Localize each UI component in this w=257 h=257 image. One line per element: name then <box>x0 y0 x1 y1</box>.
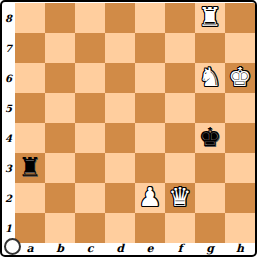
square-e1[interactable] <box>135 213 165 243</box>
square-b6[interactable] <box>45 63 75 93</box>
file-label-b: b <box>45 242 75 255</box>
square-f8[interactable] <box>165 3 195 33</box>
square-h5[interactable] <box>225 93 255 123</box>
square-e3[interactable] <box>135 153 165 183</box>
square-e5[interactable] <box>135 93 165 123</box>
square-h8[interactable] <box>225 3 255 33</box>
square-c6[interactable] <box>75 63 105 93</box>
square-g3[interactable] <box>195 153 225 183</box>
square-a5[interactable] <box>15 93 45 123</box>
square-a1[interactable] <box>15 213 45 243</box>
piece-black-king-g4[interactable]: ♚ <box>195 123 225 153</box>
square-f5[interactable] <box>165 93 195 123</box>
square-d1[interactable] <box>105 213 135 243</box>
square-g6[interactable]: ♞ <box>195 63 225 93</box>
file-label-e: e <box>135 242 165 255</box>
rank-label-5: 5 <box>2 93 15 123</box>
square-e7[interactable] <box>135 33 165 63</box>
square-d7[interactable] <box>105 33 135 63</box>
square-e2[interactable]: ♟ <box>135 183 165 213</box>
square-h1[interactable] <box>225 213 255 243</box>
square-g5[interactable] <box>195 93 225 123</box>
piece-white-pawn-e2[interactable]: ♟ <box>135 183 165 213</box>
square-g4[interactable]: ♚ <box>195 123 225 153</box>
square-h7[interactable] <box>225 33 255 63</box>
square-b1[interactable] <box>45 213 75 243</box>
file-label-g: g <box>195 242 225 255</box>
square-c5[interactable] <box>75 93 105 123</box>
square-b2[interactable] <box>45 183 75 213</box>
square-f7[interactable] <box>165 33 195 63</box>
square-c4[interactable] <box>75 123 105 153</box>
rank-label-3: 3 <box>2 153 15 183</box>
square-d6[interactable] <box>105 63 135 93</box>
square-a6[interactable] <box>15 63 45 93</box>
square-f1[interactable] <box>165 213 195 243</box>
square-d3[interactable] <box>105 153 135 183</box>
square-h2[interactable] <box>225 183 255 213</box>
piece-white-knight-g6[interactable]: ♞ <box>195 63 225 93</box>
square-a7[interactable] <box>15 33 45 63</box>
square-c2[interactable] <box>75 183 105 213</box>
rank-label-6: 6 <box>2 63 15 93</box>
square-h6[interactable]: ♚ <box>225 63 255 93</box>
file-label-c: c <box>75 242 105 255</box>
square-b4[interactable] <box>45 123 75 153</box>
square-b8[interactable] <box>45 3 75 33</box>
square-a2[interactable] <box>15 183 45 213</box>
piece-black-rook-a3[interactable]: ♜ <box>15 153 45 183</box>
square-a3[interactable]: ♜ <box>15 153 45 183</box>
rank-label-8: 8 <box>2 3 15 33</box>
square-f2[interactable]: ♛ <box>165 183 195 213</box>
square-f4[interactable] <box>165 123 195 153</box>
square-g7[interactable] <box>195 33 225 63</box>
square-d2[interactable] <box>105 183 135 213</box>
square-b7[interactable] <box>45 33 75 63</box>
piece-white-king-h6[interactable]: ♚ <box>225 63 255 93</box>
square-e6[interactable] <box>135 63 165 93</box>
white-to-move-icon <box>4 238 21 255</box>
rank-label-2: 2 <box>2 183 15 213</box>
chess-diagram: 87654321 ♜♞♚♚♜♟♛ abcdefgh <box>0 0 257 257</box>
square-d8[interactable] <box>105 3 135 33</box>
square-e4[interactable] <box>135 123 165 153</box>
file-label-h: h <box>225 242 255 255</box>
square-a8[interactable] <box>15 3 45 33</box>
square-f6[interactable] <box>165 63 195 93</box>
square-c8[interactable] <box>75 3 105 33</box>
square-e8[interactable] <box>135 3 165 33</box>
rank-label-7: 7 <box>2 33 15 63</box>
square-d5[interactable] <box>105 93 135 123</box>
square-b5[interactable] <box>45 93 75 123</box>
square-d4[interactable] <box>105 123 135 153</box>
file-label-d: d <box>105 242 135 255</box>
square-b3[interactable] <box>45 153 75 183</box>
square-h3[interactable] <box>225 153 255 183</box>
file-labels: abcdefgh <box>15 242 255 255</box>
piece-white-queen-f2[interactable]: ♛ <box>165 183 195 213</box>
chess-board: ♜♞♚♚♜♟♛ <box>15 3 255 243</box>
square-c1[interactable] <box>75 213 105 243</box>
square-a4[interactable] <box>15 123 45 153</box>
rank-labels: 87654321 <box>2 3 15 243</box>
piece-white-rook-g8[interactable]: ♜ <box>195 3 225 33</box>
square-h4[interactable] <box>225 123 255 153</box>
square-f3[interactable] <box>165 153 195 183</box>
square-g2[interactable] <box>195 183 225 213</box>
square-g8[interactable]: ♜ <box>195 3 225 33</box>
square-g1[interactable] <box>195 213 225 243</box>
rank-label-4: 4 <box>2 123 15 153</box>
square-c7[interactable] <box>75 33 105 63</box>
file-label-f: f <box>165 242 195 255</box>
square-c3[interactable] <box>75 153 105 183</box>
